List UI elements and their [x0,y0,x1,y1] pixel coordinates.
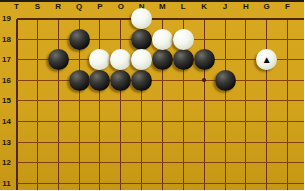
grid-line-vertical [120,19,121,191]
grid-line-vertical [204,19,205,191]
column-label: Q [72,2,86,11]
white-stone [131,49,152,70]
grid-line-vertical [37,19,38,191]
black-stone [131,29,152,50]
black-stone [173,49,194,70]
black-stone [89,70,110,91]
row-label: 18 [0,35,13,44]
go-board[interactable]: TSRQPONMLKJHGF191817161514131211▲ [0,0,304,190]
grid-line-horizontal [17,100,305,101]
row-label: 17 [0,55,13,64]
column-label: S [30,2,44,11]
grid-line-horizontal [17,142,305,143]
column-label: R [51,2,65,11]
grid-line-vertical [287,19,288,191]
black-stone [110,70,131,91]
black-stone [194,49,215,70]
black-stone [131,70,152,91]
white-stone [110,49,131,70]
row-label: 14 [0,117,13,126]
go-client-screenshot: TSRQPONMLKJHGF191817161514131211▲ [0,0,304,190]
grid-line-vertical [99,19,100,191]
black-stone [69,70,90,91]
grid-line-horizontal [17,80,305,81]
black-stone [152,49,173,70]
grid-line-vertical [245,19,246,191]
black-stone [48,49,69,70]
row-label: 19 [0,14,13,23]
grid-line-horizontal [17,18,305,20]
column-label: L [176,2,190,11]
grid-line-horizontal [17,121,305,122]
grid-line-horizontal [17,162,305,163]
grid-line-vertical [16,19,18,191]
row-label: 16 [0,76,13,85]
column-label: M [155,2,169,11]
row-label: 15 [0,96,13,105]
grid-line-vertical [58,19,59,191]
white-stone [131,8,152,29]
column-label: T [10,2,24,11]
white-stone [152,29,173,50]
row-label: 12 [0,158,13,167]
star-point [202,78,206,82]
column-label: K [197,2,211,11]
black-stone [215,70,236,91]
column-label: F [281,2,295,11]
column-label: H [239,2,253,11]
white-stone [173,29,194,50]
column-label: O [114,2,128,11]
black-stone [69,29,90,50]
grid-line-vertical [266,19,267,191]
column-label: G [260,2,274,11]
white-stone [89,49,110,70]
grid-line-horizontal [17,183,305,184]
column-label: J [218,2,232,11]
row-label: 11 [0,179,13,188]
row-label: 13 [0,138,13,147]
column-label: P [93,2,107,11]
triangle-marker: ▲ [256,54,277,66]
grid-line-vertical [225,19,226,191]
